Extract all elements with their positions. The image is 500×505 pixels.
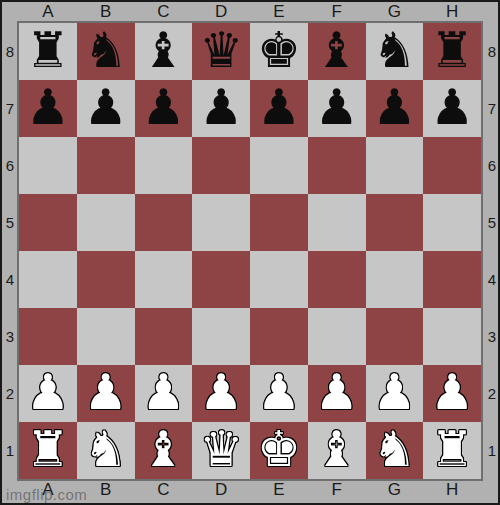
square-d2[interactable]: ♟ [192,365,250,422]
white-king-piece: ♚ [257,425,301,474]
rank-labels-right: 87654321 [485,23,499,479]
square-c7[interactable]: ♟ [135,80,193,137]
file-label-h: H [423,481,481,499]
square-d5[interactable] [192,194,250,251]
square-a5[interactable] [19,194,77,251]
square-h7[interactable]: ♟ [423,80,481,137]
square-g5[interactable] [366,194,424,251]
rank-label-1: 1 [3,422,17,479]
white-pawn-piece: ♟ [26,368,70,417]
rank-label-3: 3 [485,308,499,365]
black-rook-piece: ♜ [26,26,70,75]
square-f7[interactable]: ♟ [308,80,366,137]
white-pawn-piece: ♟ [315,368,359,417]
square-c4[interactable] [135,251,193,308]
rank-label-8: 8 [485,23,499,80]
file-label-a: A [19,3,77,21]
white-queen-piece: ♛ [199,425,243,474]
square-f1[interactable]: ♝ [308,422,366,479]
file-label-d: D [192,481,250,499]
square-d8[interactable]: ♛ [192,23,250,80]
square-a1[interactable]: ♜ [19,422,77,479]
square-b5[interactable] [77,194,135,251]
white-pawn-piece: ♟ [372,368,416,417]
square-g7[interactable]: ♟ [366,80,424,137]
square-f5[interactable] [308,194,366,251]
file-label-c: C [135,481,193,499]
square-f2[interactable]: ♟ [308,365,366,422]
file-label-g: G [366,3,424,21]
square-c2[interactable]: ♟ [135,365,193,422]
black-pawn-piece: ♟ [141,83,185,132]
rank-label-7: 7 [3,80,17,137]
black-knight-piece: ♞ [84,26,128,75]
square-c8[interactable]: ♝ [135,23,193,80]
square-d3[interactable] [192,308,250,365]
square-e8[interactable]: ♚ [250,23,308,80]
chess-board: ♜♞♝♛♚♝♞♜♟♟♟♟♟♟♟♟♟♟♟♟♟♟♟♟♜♞♝♛♚♝♞♜ [19,23,481,479]
black-pawn-piece: ♟ [257,83,301,132]
black-bishop-piece: ♝ [141,26,185,75]
white-pawn-piece: ♟ [84,368,128,417]
file-label-b: B [77,3,135,21]
rank-label-5: 5 [3,194,17,251]
square-g8[interactable]: ♞ [366,23,424,80]
square-b2[interactable]: ♟ [77,365,135,422]
square-f3[interactable] [308,308,366,365]
black-rook-piece: ♜ [430,26,474,75]
square-b7[interactable]: ♟ [77,80,135,137]
black-king-piece: ♚ [257,26,301,75]
square-c3[interactable] [135,308,193,365]
square-a3[interactable] [19,308,77,365]
file-label-f: F [308,481,366,499]
file-labels-top: ABCDEFGH [19,3,481,21]
white-bishop-piece: ♝ [141,425,185,474]
square-b8[interactable]: ♞ [77,23,135,80]
square-c1[interactable]: ♝ [135,422,193,479]
white-pawn-piece: ♟ [257,368,301,417]
black-bishop-piece: ♝ [315,26,359,75]
square-h5[interactable] [423,194,481,251]
square-g2[interactable]: ♟ [366,365,424,422]
rank-label-1: 1 [485,422,499,479]
square-d6[interactable] [192,137,250,194]
rank-label-3: 3 [3,308,17,365]
white-bishop-piece: ♝ [315,425,359,474]
square-f4[interactable] [308,251,366,308]
square-c5[interactable] [135,194,193,251]
white-rook-piece: ♜ [430,425,474,474]
square-h1[interactable]: ♜ [423,422,481,479]
file-label-g: G [366,481,424,499]
square-e6[interactable] [250,137,308,194]
rank-label-4: 4 [3,251,17,308]
square-g4[interactable] [366,251,424,308]
square-b3[interactable] [77,308,135,365]
rank-label-6: 6 [485,137,499,194]
white-knight-piece: ♞ [372,425,416,474]
square-d4[interactable] [192,251,250,308]
square-d1[interactable]: ♛ [192,422,250,479]
square-b4[interactable] [77,251,135,308]
file-labels-bottom: ABCDEFGH [19,481,481,499]
rank-label-6: 6 [3,137,17,194]
file-label-h: H [423,3,481,21]
square-g6[interactable] [366,137,424,194]
file-label-f: F [308,3,366,21]
square-a4[interactable] [19,251,77,308]
rank-label-2: 2 [3,365,17,422]
black-pawn-piece: ♟ [372,83,416,132]
square-e4[interactable] [250,251,308,308]
black-queen-piece: ♛ [199,26,243,75]
square-e5[interactable] [250,194,308,251]
rank-label-8: 8 [3,23,17,80]
chessboard-diagram: ABCDEFGH 87654321 87654321 ABCDEFGH ♜♞♝♛… [0,0,500,505]
watermark: imgflip.com [6,486,87,503]
square-d7[interactable]: ♟ [192,80,250,137]
white-pawn-piece: ♟ [199,368,243,417]
file-label-e: E [250,3,308,21]
file-label-e: E [250,481,308,499]
square-h3[interactable] [423,308,481,365]
rank-label-2: 2 [485,365,499,422]
square-f6[interactable] [308,137,366,194]
square-a6[interactable] [19,137,77,194]
black-pawn-piece: ♟ [199,83,243,132]
square-h6[interactable] [423,137,481,194]
rank-label-7: 7 [485,80,499,137]
square-b6[interactable] [77,137,135,194]
square-c6[interactable] [135,137,193,194]
black-pawn-piece: ♟ [84,83,128,132]
file-label-d: D [192,3,250,21]
rank-label-5: 5 [485,194,499,251]
white-rook-piece: ♜ [26,425,70,474]
square-h8[interactable]: ♜ [423,23,481,80]
square-e2[interactable]: ♟ [250,365,308,422]
white-knight-piece: ♞ [84,425,128,474]
white-pawn-piece: ♟ [141,368,185,417]
board-frame: ♜♞♝♛♚♝♞♜♟♟♟♟♟♟♟♟♟♟♟♟♟♟♟♟♜♞♝♛♚♝♞♜ [17,21,483,481]
file-label-c: C [135,3,193,21]
black-pawn-piece: ♟ [315,83,359,132]
square-b1[interactable]: ♞ [77,422,135,479]
black-knight-piece: ♞ [372,26,416,75]
square-a2[interactable]: ♟ [19,365,77,422]
square-h4[interactable] [423,251,481,308]
black-pawn-piece: ♟ [430,83,474,132]
square-g1[interactable]: ♞ [366,422,424,479]
square-h2[interactable]: ♟ [423,365,481,422]
square-f8[interactable]: ♝ [308,23,366,80]
black-pawn-piece: ♟ [26,83,70,132]
square-g3[interactable] [366,308,424,365]
square-a7[interactable]: ♟ [19,80,77,137]
rank-label-4: 4 [485,251,499,308]
square-e1[interactable]: ♚ [250,422,308,479]
square-a8[interactable]: ♜ [19,23,77,80]
white-pawn-piece: ♟ [430,368,474,417]
square-e7[interactable]: ♟ [250,80,308,137]
rank-labels-left: 87654321 [3,23,17,479]
square-e3[interactable] [250,308,308,365]
